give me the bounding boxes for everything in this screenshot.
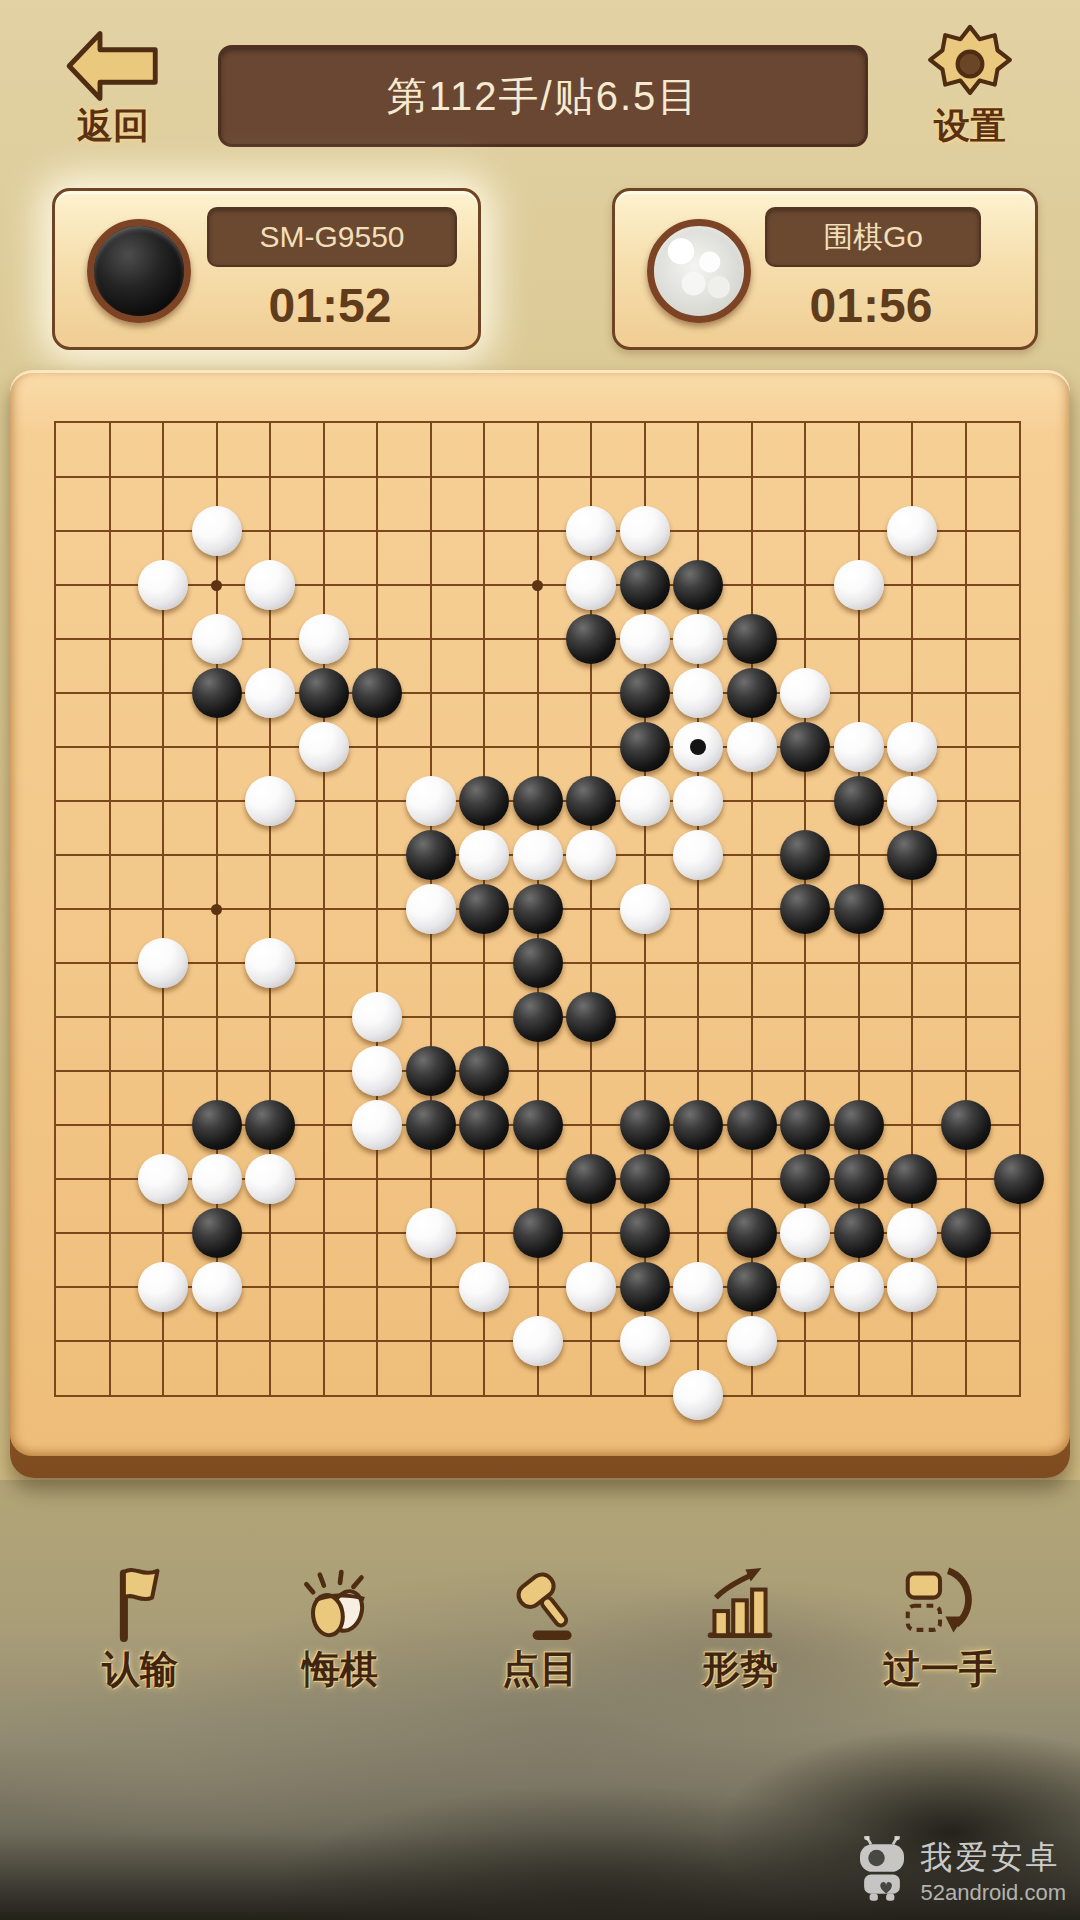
black-stone xyxy=(727,1262,777,1312)
last-move-marker xyxy=(690,739,706,755)
resign-button[interactable]: 认输 xyxy=(55,1560,225,1720)
bottom-toolbar: 认输 悔棋 点目 xyxy=(0,1560,1080,1720)
black-stone xyxy=(513,1100,563,1150)
white-stone xyxy=(673,614,723,664)
grid-line xyxy=(56,1070,1019,1072)
black-stone xyxy=(620,1100,670,1150)
white-stone xyxy=(138,560,188,610)
white-stone xyxy=(620,884,670,934)
black-stone xyxy=(673,560,723,610)
white-stone xyxy=(513,1316,563,1366)
black-stone xyxy=(620,722,670,772)
black-stone xyxy=(994,1154,1044,1204)
black-player-clock: 01:52 xyxy=(207,277,453,333)
black-stone xyxy=(620,1208,670,1258)
black-stone xyxy=(352,668,402,718)
black-stone xyxy=(513,884,563,934)
go-board-surface xyxy=(10,370,1070,1456)
undo-button[interactable]: 悔棋 xyxy=(255,1560,425,1720)
black-stone xyxy=(673,1100,723,1150)
white-stone xyxy=(459,1262,509,1312)
white-stone xyxy=(299,722,349,772)
white-player-name: 围棋Go xyxy=(823,217,923,258)
black-stones-bowl xyxy=(87,219,191,323)
white-stone xyxy=(673,668,723,718)
white-stone xyxy=(673,1262,723,1312)
black-stone xyxy=(834,776,884,826)
white-stone xyxy=(406,1208,456,1258)
white-stone xyxy=(566,506,616,556)
black-stone xyxy=(459,884,509,934)
white-stone xyxy=(138,1154,188,1204)
black-stone xyxy=(459,1100,509,1150)
white-stone xyxy=(406,884,456,934)
white-stone xyxy=(245,776,295,826)
black-stone xyxy=(887,830,937,880)
black-stone xyxy=(887,1154,937,1204)
black-stone xyxy=(406,1046,456,1096)
black-stone xyxy=(513,1208,563,1258)
black-stone xyxy=(780,884,830,934)
white-stone xyxy=(513,830,563,880)
white-stone xyxy=(138,1262,188,1312)
gear-icon xyxy=(905,20,1035,108)
black-stone xyxy=(834,884,884,934)
black-stone xyxy=(245,1100,295,1150)
flag-icon xyxy=(97,1560,183,1646)
white-stone xyxy=(887,1262,937,1312)
white-stone xyxy=(887,1208,937,1258)
watermark-line1: 我爱安卓 xyxy=(920,1836,1066,1880)
back-label: 返回 xyxy=(48,108,178,144)
black-player-name-plate: SM-G9550 xyxy=(207,207,457,267)
star-point xyxy=(211,904,222,915)
white-stone xyxy=(887,506,937,556)
white-stone xyxy=(192,1154,242,1204)
black-stone xyxy=(941,1100,991,1150)
white-stone xyxy=(673,1370,723,1420)
white-stone xyxy=(620,1316,670,1366)
white-stone xyxy=(834,560,884,610)
white-stone xyxy=(887,776,937,826)
black-stone xyxy=(780,830,830,880)
white-stone xyxy=(620,776,670,826)
black-player-name: SM-G9550 xyxy=(259,220,404,254)
white-stone xyxy=(459,830,509,880)
black-stone xyxy=(192,1100,242,1150)
white-player-name-plate: 围棋Go xyxy=(765,207,981,267)
watermark: 我爱安卓 52android.com xyxy=(854,1836,1066,1906)
white-stone xyxy=(566,830,616,880)
black-stone xyxy=(566,776,616,826)
move-info-text: 第112手/贴6.5目 xyxy=(387,69,700,124)
white-stone xyxy=(566,1262,616,1312)
black-stone xyxy=(941,1208,991,1258)
black-stone xyxy=(513,938,563,988)
white-stone xyxy=(566,560,616,610)
white-player-panel: 围棋Go 01:56 xyxy=(612,188,1038,350)
star-point xyxy=(211,580,222,591)
white-stone xyxy=(780,668,830,718)
white-stone xyxy=(834,1262,884,1312)
settings-button[interactable]: 设置 xyxy=(905,20,1035,154)
white-stone xyxy=(620,506,670,556)
white-stone xyxy=(727,1316,777,1366)
black-stone xyxy=(406,1100,456,1150)
black-stone xyxy=(299,668,349,718)
black-stone xyxy=(459,1046,509,1096)
counting-gavel-icon xyxy=(497,1560,583,1646)
settings-label: 设置 xyxy=(905,108,1035,144)
black-stone xyxy=(620,560,670,610)
black-stone xyxy=(834,1100,884,1150)
black-stone xyxy=(513,776,563,826)
black-stone xyxy=(620,1154,670,1204)
back-arrow-icon xyxy=(48,24,178,108)
black-stone xyxy=(406,830,456,880)
white-stone xyxy=(887,722,937,772)
white-stone xyxy=(352,1046,402,1096)
star-point xyxy=(532,580,543,591)
black-stone xyxy=(727,614,777,664)
white-stone xyxy=(192,614,242,664)
black-player-panel: SM-G9550 01:52 xyxy=(52,188,481,350)
black-stone xyxy=(566,1154,616,1204)
white-player-clock: 01:56 xyxy=(765,277,977,333)
situation-button[interactable]: 形势 xyxy=(655,1560,825,1720)
white-stone xyxy=(352,1100,402,1150)
black-stone xyxy=(727,1208,777,1258)
black-stone xyxy=(780,722,830,772)
white-stone xyxy=(780,1208,830,1258)
white-stone xyxy=(245,938,295,988)
robot-mascot-icon xyxy=(854,1836,920,1906)
white-stone xyxy=(834,722,884,772)
go-board-panel xyxy=(10,370,1070,1478)
black-stone xyxy=(566,614,616,664)
black-stone xyxy=(566,992,616,1042)
count-points-button[interactable]: 点目 xyxy=(455,1560,625,1720)
black-stone xyxy=(192,668,242,718)
white-stone xyxy=(673,776,723,826)
white-stone xyxy=(352,992,402,1042)
white-stone xyxy=(245,1154,295,1204)
black-stone xyxy=(620,668,670,718)
white-stone xyxy=(727,722,777,772)
white-stone xyxy=(192,1262,242,1312)
pass-button[interactable]: 过一手 xyxy=(855,1560,1025,1720)
white-stone xyxy=(245,668,295,718)
white-stone xyxy=(620,614,670,664)
black-stone xyxy=(727,668,777,718)
white-stone xyxy=(780,1262,830,1312)
black-stone xyxy=(780,1100,830,1150)
black-stone xyxy=(192,1208,242,1258)
white-stone xyxy=(673,830,723,880)
watermark-line2: 52android.com xyxy=(920,1880,1066,1906)
pass-icon xyxy=(897,1560,983,1646)
white-stones-bowl xyxy=(647,219,751,323)
white-stone xyxy=(192,506,242,556)
black-stone xyxy=(620,1262,670,1312)
move-info-bar: 第112手/贴6.5目 xyxy=(218,45,868,147)
undo-stones-icon xyxy=(297,1560,383,1646)
white-stone xyxy=(245,560,295,610)
white-stone xyxy=(299,614,349,664)
black-stone xyxy=(780,1154,830,1204)
board-grid[interactable] xyxy=(54,421,1021,1397)
black-stone xyxy=(459,776,509,826)
white-stone xyxy=(138,938,188,988)
back-button[interactable]: 返回 xyxy=(48,24,178,154)
black-stone xyxy=(834,1208,884,1258)
black-stone xyxy=(513,992,563,1042)
black-stone xyxy=(834,1154,884,1204)
white-stone xyxy=(673,722,723,772)
situation-chart-icon xyxy=(697,1560,783,1646)
black-stone xyxy=(727,1100,777,1150)
white-stone xyxy=(406,776,456,826)
